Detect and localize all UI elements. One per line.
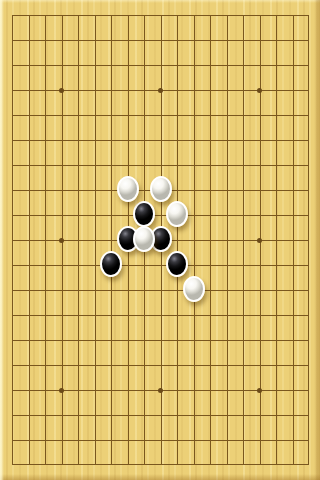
board-cell[interactable] bbox=[194, 240, 211, 265]
board-cell[interactable] bbox=[260, 140, 277, 165]
board-cell[interactable] bbox=[260, 290, 277, 315]
board-cell[interactable] bbox=[12, 40, 29, 65]
board-cell[interactable] bbox=[260, 365, 277, 390]
board-cell[interactable] bbox=[111, 390, 128, 415]
board-cell[interactable] bbox=[62, 65, 79, 90]
board-cell[interactable] bbox=[260, 390, 277, 415]
board-cell[interactable] bbox=[78, 315, 95, 340]
board-cell[interactable] bbox=[62, 40, 79, 65]
board-cell[interactable] bbox=[227, 440, 244, 465]
board-cell[interactable] bbox=[293, 340, 310, 365]
board-cell[interactable] bbox=[144, 140, 161, 165]
board-cell[interactable] bbox=[128, 365, 145, 390]
board-cell[interactable] bbox=[29, 15, 46, 40]
board-cell[interactable] bbox=[177, 140, 194, 165]
board-cell[interactable] bbox=[276, 415, 293, 440]
board-cell[interactable] bbox=[144, 15, 161, 40]
board-cell[interactable] bbox=[12, 265, 29, 290]
board-cell[interactable] bbox=[161, 115, 178, 140]
board-cell[interactable] bbox=[293, 315, 310, 340]
board-cell[interactable] bbox=[210, 115, 227, 140]
board-cell[interactable] bbox=[95, 215, 112, 240]
board-cell[interactable] bbox=[12, 165, 29, 190]
board-cell[interactable] bbox=[243, 265, 260, 290]
board-cell[interactable] bbox=[12, 190, 29, 215]
board-cell[interactable] bbox=[78, 165, 95, 190]
board-cell[interactable] bbox=[260, 440, 277, 465]
board-cell[interactable] bbox=[29, 415, 46, 440]
board-cell[interactable] bbox=[161, 40, 178, 65]
board-cell[interactable] bbox=[95, 40, 112, 65]
board-cell[interactable] bbox=[260, 165, 277, 190]
board-cell[interactable] bbox=[12, 215, 29, 240]
board-cell[interactable] bbox=[210, 315, 227, 340]
board-cell[interactable] bbox=[95, 15, 112, 40]
board-cell[interactable] bbox=[128, 315, 145, 340]
board-cell[interactable] bbox=[144, 40, 161, 65]
board-cell[interactable] bbox=[194, 115, 211, 140]
star-point bbox=[158, 388, 163, 393]
board-cell[interactable] bbox=[161, 315, 178, 340]
board-cell[interactable] bbox=[29, 140, 46, 165]
board-cell[interactable] bbox=[293, 265, 310, 290]
board-cell[interactable] bbox=[29, 165, 46, 190]
board-cell[interactable] bbox=[161, 415, 178, 440]
board-cell[interactable] bbox=[144, 440, 161, 465]
board-cell[interactable] bbox=[161, 90, 178, 115]
board-cell[interactable] bbox=[111, 65, 128, 90]
board-cell[interactable] bbox=[194, 390, 211, 415]
board-cell[interactable] bbox=[177, 40, 194, 65]
board-cell[interactable] bbox=[29, 65, 46, 90]
board-cell[interactable] bbox=[62, 265, 79, 290]
board-cell[interactable] bbox=[144, 290, 161, 315]
board-cell[interactable] bbox=[210, 415, 227, 440]
board-cell[interactable] bbox=[177, 390, 194, 415]
board-cell[interactable] bbox=[62, 315, 79, 340]
board-cell[interactable] bbox=[227, 165, 244, 190]
board-cell[interactable] bbox=[293, 115, 310, 140]
board-cell[interactable] bbox=[293, 240, 310, 265]
board-cell[interactable] bbox=[144, 415, 161, 440]
board-cell[interactable] bbox=[293, 165, 310, 190]
board-cell[interactable] bbox=[29, 340, 46, 365]
board-cell[interactable] bbox=[62, 415, 79, 440]
board-cell[interactable] bbox=[128, 40, 145, 65]
board-cell[interactable] bbox=[144, 390, 161, 415]
board-cell[interactable] bbox=[227, 190, 244, 215]
board-cell[interactable] bbox=[293, 440, 310, 465]
board-cell[interactable] bbox=[276, 315, 293, 340]
board-cell[interactable] bbox=[210, 440, 227, 465]
board-cell[interactable] bbox=[243, 140, 260, 165]
board-cell[interactable] bbox=[276, 140, 293, 165]
board-cell[interactable] bbox=[128, 415, 145, 440]
board-cell[interactable] bbox=[210, 40, 227, 65]
board-cell[interactable] bbox=[227, 90, 244, 115]
board-cell[interactable] bbox=[210, 340, 227, 365]
board-cell[interactable] bbox=[95, 140, 112, 165]
board-cell[interactable] bbox=[276, 340, 293, 365]
board-cell[interactable] bbox=[144, 365, 161, 390]
board-cell[interactable] bbox=[161, 390, 178, 415]
board-cell[interactable] bbox=[29, 240, 46, 265]
board-cell[interactable] bbox=[144, 65, 161, 90]
board-cell[interactable] bbox=[276, 440, 293, 465]
board-cell[interactable] bbox=[161, 140, 178, 165]
board-cell[interactable] bbox=[111, 315, 128, 340]
board-cell[interactable] bbox=[293, 290, 310, 315]
board-cell[interactable] bbox=[95, 340, 112, 365]
board-cell[interactable] bbox=[29, 390, 46, 415]
board-cell[interactable] bbox=[12, 390, 29, 415]
board-cell[interactable] bbox=[78, 115, 95, 140]
board-cell[interactable] bbox=[62, 365, 79, 390]
board-cell[interactable] bbox=[12, 240, 29, 265]
board-cell[interactable] bbox=[177, 340, 194, 365]
board-cell[interactable] bbox=[95, 315, 112, 340]
board-cell[interactable] bbox=[194, 415, 211, 440]
board-cell[interactable] bbox=[227, 40, 244, 65]
board-cell[interactable] bbox=[243, 90, 260, 115]
board-cell[interactable] bbox=[260, 315, 277, 340]
board-cell[interactable] bbox=[128, 90, 145, 115]
board-cell[interactable] bbox=[194, 140, 211, 165]
board-cell[interactable] bbox=[276, 15, 293, 40]
board-cell[interactable] bbox=[161, 365, 178, 390]
board-cell[interactable] bbox=[243, 40, 260, 65]
board-cell[interactable] bbox=[243, 340, 260, 365]
board-cell[interactable] bbox=[12, 415, 29, 440]
board-cell[interactable] bbox=[78, 240, 95, 265]
board-cell[interactable] bbox=[227, 15, 244, 40]
board-cell[interactable] bbox=[111, 365, 128, 390]
board-cell[interactable] bbox=[95, 190, 112, 215]
board-cell[interactable] bbox=[227, 140, 244, 165]
board-cell[interactable] bbox=[95, 65, 112, 90]
board-cell[interactable] bbox=[293, 65, 310, 90]
board-cell[interactable] bbox=[210, 390, 227, 415]
board-cell[interactable] bbox=[161, 340, 178, 365]
board-cell[interactable] bbox=[45, 165, 62, 190]
board-cell[interactable] bbox=[29, 40, 46, 65]
board-cell[interactable] bbox=[29, 190, 46, 215]
board-cell[interactable] bbox=[78, 365, 95, 390]
board-cell[interactable] bbox=[45, 265, 62, 290]
board-cell[interactable] bbox=[12, 290, 29, 315]
board-cell[interactable] bbox=[194, 15, 211, 40]
board-cell[interactable] bbox=[12, 65, 29, 90]
board-cell[interactable] bbox=[210, 140, 227, 165]
board-cell[interactable] bbox=[227, 115, 244, 140]
go-board[interactable]: ●●●●●○○○○○ bbox=[0, 0, 320, 480]
board-cell[interactable] bbox=[45, 390, 62, 415]
board-cell[interactable] bbox=[78, 415, 95, 440]
board-cell[interactable] bbox=[293, 190, 310, 215]
board-cell[interactable] bbox=[128, 290, 145, 315]
board-cell[interactable] bbox=[194, 365, 211, 390]
board-cell[interactable] bbox=[45, 240, 62, 265]
board-cell[interactable] bbox=[194, 190, 211, 215]
board-cell[interactable] bbox=[29, 215, 46, 240]
board-cell[interactable] bbox=[260, 415, 277, 440]
board-cell[interactable] bbox=[78, 15, 95, 40]
board-cell[interactable] bbox=[243, 365, 260, 390]
board-cell[interactable] bbox=[260, 340, 277, 365]
board-cell[interactable] bbox=[243, 240, 260, 265]
board-cell[interactable] bbox=[161, 15, 178, 40]
board-cell[interactable] bbox=[78, 440, 95, 465]
board-cell[interactable] bbox=[210, 190, 227, 215]
board-cell[interactable] bbox=[276, 65, 293, 90]
board-cell[interactable] bbox=[177, 365, 194, 390]
board-cell[interactable] bbox=[128, 115, 145, 140]
board-cell[interactable] bbox=[128, 15, 145, 40]
board-cell[interactable] bbox=[78, 390, 95, 415]
board-cell[interactable] bbox=[95, 165, 112, 190]
board-cell[interactable] bbox=[62, 240, 79, 265]
board-cell[interactable] bbox=[95, 365, 112, 390]
board-cell[interactable] bbox=[95, 415, 112, 440]
board-cell[interactable] bbox=[161, 440, 178, 465]
board-cell[interactable] bbox=[260, 65, 277, 90]
board-cell[interactable] bbox=[12, 440, 29, 465]
board-cell[interactable] bbox=[111, 15, 128, 40]
board-cell[interactable] bbox=[210, 65, 227, 90]
board-cell[interactable] bbox=[276, 365, 293, 390]
board-cell[interactable] bbox=[194, 90, 211, 115]
board-cell[interactable] bbox=[227, 65, 244, 90]
board-cell[interactable] bbox=[62, 215, 79, 240]
board-cell[interactable] bbox=[78, 90, 95, 115]
board-cell[interactable] bbox=[62, 440, 79, 465]
board-cell[interactable] bbox=[62, 190, 79, 215]
board-cell[interactable] bbox=[45, 365, 62, 390]
board-cell[interactable] bbox=[293, 90, 310, 115]
board-cell[interactable] bbox=[276, 40, 293, 65]
board-cell[interactable] bbox=[62, 115, 79, 140]
board-cell[interactable] bbox=[260, 240, 277, 265]
board-cell[interactable] bbox=[78, 65, 95, 90]
board-cell[interactable] bbox=[12, 15, 29, 40]
star-point bbox=[257, 388, 262, 393]
board-cell[interactable] bbox=[111, 140, 128, 165]
board-cell[interactable] bbox=[144, 90, 161, 115]
board-cell[interactable] bbox=[260, 215, 277, 240]
board-cell[interactable] bbox=[293, 415, 310, 440]
board-cell[interactable] bbox=[12, 365, 29, 390]
board-cell[interactable] bbox=[177, 65, 194, 90]
board-cell[interactable] bbox=[276, 390, 293, 415]
board-cell[interactable] bbox=[177, 90, 194, 115]
board-cell[interactable] bbox=[62, 340, 79, 365]
board-cell[interactable] bbox=[210, 215, 227, 240]
board-cell[interactable] bbox=[111, 290, 128, 315]
board-cell[interactable] bbox=[12, 315, 29, 340]
board-cell[interactable] bbox=[45, 40, 62, 65]
board-cell[interactable] bbox=[29, 90, 46, 115]
board-cell[interactable] bbox=[62, 290, 79, 315]
board-cell[interactable] bbox=[45, 190, 62, 215]
board-cell[interactable] bbox=[78, 340, 95, 365]
board-cell[interactable] bbox=[194, 440, 211, 465]
board-cell[interactable] bbox=[111, 440, 128, 465]
board-cell[interactable] bbox=[128, 265, 145, 290]
board-cell[interactable] bbox=[111, 115, 128, 140]
board-cell[interactable] bbox=[177, 415, 194, 440]
board-cell[interactable] bbox=[177, 15, 194, 40]
board-cell[interactable] bbox=[243, 65, 260, 90]
board-cell[interactable] bbox=[243, 215, 260, 240]
board-cell[interactable] bbox=[62, 165, 79, 190]
board-cell[interactable] bbox=[243, 115, 260, 140]
board-cell[interactable] bbox=[227, 415, 244, 440]
board-cell[interactable] bbox=[111, 90, 128, 115]
board-cell[interactable] bbox=[29, 290, 46, 315]
board-cell[interactable] bbox=[260, 15, 277, 40]
board-cell[interactable] bbox=[194, 40, 211, 65]
board-cell[interactable] bbox=[276, 265, 293, 290]
board-cell[interactable] bbox=[210, 365, 227, 390]
board-cell[interactable] bbox=[45, 215, 62, 240]
board-cell[interactable] bbox=[95, 115, 112, 140]
board-cell[interactable] bbox=[95, 390, 112, 415]
board-cell[interactable] bbox=[210, 290, 227, 315]
board-cell[interactable] bbox=[12, 90, 29, 115]
board-cell[interactable] bbox=[227, 390, 244, 415]
board-cell[interactable] bbox=[243, 415, 260, 440]
board-cell[interactable] bbox=[293, 15, 310, 40]
board-cell[interactable] bbox=[95, 90, 112, 115]
board-cell[interactable] bbox=[293, 390, 310, 415]
board-cell[interactable] bbox=[210, 265, 227, 290]
board-cell[interactable] bbox=[29, 365, 46, 390]
board-cell[interactable] bbox=[12, 340, 29, 365]
board-cell[interactable] bbox=[45, 415, 62, 440]
board-cell[interactable] bbox=[45, 440, 62, 465]
board-cell[interactable] bbox=[243, 165, 260, 190]
board-cell[interactable] bbox=[243, 15, 260, 40]
board-cell[interactable] bbox=[243, 190, 260, 215]
board-cell[interactable] bbox=[243, 390, 260, 415]
board-cell[interactable] bbox=[210, 240, 227, 265]
board-cell[interactable] bbox=[227, 265, 244, 290]
board-cell[interactable] bbox=[293, 40, 310, 65]
board-cell[interactable] bbox=[62, 140, 79, 165]
board-cell[interactable] bbox=[276, 90, 293, 115]
board-cell[interactable] bbox=[243, 440, 260, 465]
board-cell[interactable] bbox=[260, 190, 277, 215]
board-cell[interactable] bbox=[243, 290, 260, 315]
board-cell[interactable] bbox=[210, 90, 227, 115]
board-cell[interactable] bbox=[45, 90, 62, 115]
board-cell[interactable] bbox=[144, 115, 161, 140]
board-cell[interactable] bbox=[227, 340, 244, 365]
board-cell[interactable] bbox=[161, 65, 178, 90]
board-cell[interactable] bbox=[111, 340, 128, 365]
board-cell[interactable] bbox=[78, 140, 95, 165]
board-cell[interactable] bbox=[45, 65, 62, 90]
board-cell[interactable] bbox=[177, 115, 194, 140]
board-cell[interactable] bbox=[276, 215, 293, 240]
board-cell[interactable] bbox=[12, 140, 29, 165]
board-cell[interactable] bbox=[227, 215, 244, 240]
board-cell[interactable] bbox=[276, 240, 293, 265]
board-cell[interactable] bbox=[111, 40, 128, 65]
board-cell[interactable] bbox=[194, 340, 211, 365]
board-cell[interactable] bbox=[128, 340, 145, 365]
board-cell[interactable] bbox=[210, 15, 227, 40]
board-cell[interactable] bbox=[45, 340, 62, 365]
board-cell[interactable] bbox=[111, 415, 128, 440]
board-cell[interactable] bbox=[128, 65, 145, 90]
board-cell[interactable] bbox=[78, 265, 95, 290]
board-cell[interactable] bbox=[128, 140, 145, 165]
board-cell[interactable] bbox=[29, 440, 46, 465]
board-cell[interactable] bbox=[161, 290, 178, 315]
board-cell[interactable] bbox=[227, 365, 244, 390]
board-cell[interactable] bbox=[194, 65, 211, 90]
board-cell[interactable] bbox=[45, 315, 62, 340]
board-cell[interactable] bbox=[243, 315, 260, 340]
board-cell[interactable] bbox=[29, 315, 46, 340]
board-cell[interactable] bbox=[260, 90, 277, 115]
board-cell[interactable] bbox=[260, 265, 277, 290]
board-cell[interactable] bbox=[128, 390, 145, 415]
board-cell[interactable] bbox=[293, 365, 310, 390]
board-cell[interactable] bbox=[78, 290, 95, 315]
board-cell[interactable] bbox=[95, 290, 112, 315]
board-cell[interactable] bbox=[177, 315, 194, 340]
board-cell[interactable] bbox=[177, 440, 194, 465]
board-cell[interactable] bbox=[293, 215, 310, 240]
board-cell[interactable] bbox=[260, 40, 277, 65]
board-cell[interactable] bbox=[227, 290, 244, 315]
board-cell[interactable] bbox=[78, 190, 95, 215]
board-cell[interactable] bbox=[45, 15, 62, 40]
board-cell[interactable] bbox=[293, 140, 310, 165]
board-cell[interactable] bbox=[276, 190, 293, 215]
board-cell[interactable] bbox=[177, 165, 194, 190]
board-cell[interactable] bbox=[210, 165, 227, 190]
board-cell[interactable] bbox=[227, 240, 244, 265]
board-cell[interactable] bbox=[144, 265, 161, 290]
board-cell[interactable] bbox=[45, 290, 62, 315]
board-cell[interactable] bbox=[194, 215, 211, 240]
board-cell[interactable] bbox=[194, 315, 211, 340]
board-cell[interactable] bbox=[276, 290, 293, 315]
board-cell[interactable] bbox=[29, 265, 46, 290]
board-cell[interactable] bbox=[45, 140, 62, 165]
board-cell[interactable] bbox=[29, 115, 46, 140]
board-cell[interactable] bbox=[276, 165, 293, 190]
board-cell[interactable] bbox=[144, 340, 161, 365]
board-cell[interactable] bbox=[260, 115, 277, 140]
board-cell[interactable] bbox=[45, 115, 62, 140]
board-cell[interactable] bbox=[144, 315, 161, 340]
board-cell[interactable] bbox=[78, 215, 95, 240]
board-cell[interactable] bbox=[78, 40, 95, 65]
board-cell[interactable] bbox=[194, 165, 211, 190]
board-cell[interactable] bbox=[95, 440, 112, 465]
board-cell[interactable] bbox=[62, 15, 79, 40]
board-cell[interactable] bbox=[227, 315, 244, 340]
board-cell[interactable] bbox=[276, 115, 293, 140]
board-cell[interactable] bbox=[62, 390, 79, 415]
board-cell[interactable] bbox=[128, 440, 145, 465]
board-cell[interactable] bbox=[12, 115, 29, 140]
board-cell[interactable] bbox=[62, 90, 79, 115]
